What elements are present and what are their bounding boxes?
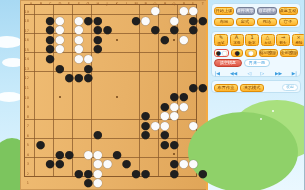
stone-black-M2[interactable]: ● — [131, 169, 141, 179]
cloud — [0, 92, 22, 102]
stone-white-P7[interactable]: ● — [160, 121, 170, 131]
column-label: B — [38, 1, 43, 5]
board-grid[interactable]: ●●●●●●●●●●●●●●●●●●●●●●●●●●●●●●●●●●●●●●●●… — [26, 6, 207, 187]
column-label: D — [57, 1, 62, 5]
stone-black-K4[interactable]: ● — [112, 150, 122, 160]
white-stone-mode-button[interactable]: ● — [245, 49, 257, 57]
stone-white-S3[interactable]: ● — [189, 159, 199, 169]
stone-black-F12[interactable]: ● — [74, 73, 84, 83]
flower-dot — [272, 110, 274, 112]
row-label: 16 — [24, 38, 29, 42]
pen-icon: ✎ — [219, 35, 223, 40]
white-stone-icon: ● — [248, 50, 253, 56]
control-panel: 开始上课 课件演示 自由摆子 课堂互动 布局 定式 死活 官子 ✎画笔 A字母 … — [206, 0, 304, 190]
row-label: 1 — [24, 181, 29, 185]
stone-black-L3[interactable]: ● — [122, 159, 132, 169]
letter-icon: A — [235, 35, 238, 40]
stone-white-S19[interactable]: ● — [189, 6, 199, 16]
collapse-panel-button[interactable]: 收起 — [282, 84, 298, 91]
triangle-mark-icon: △ — [266, 35, 270, 40]
column-label: G — [86, 1, 91, 5]
column-label: A — [29, 1, 34, 5]
courseware-demo-button[interactable]: 课件演示 — [236, 7, 256, 15]
stone-white-D15[interactable]: ● — [55, 44, 65, 54]
stone-black-D13[interactable]: ● — [55, 64, 65, 74]
stone-black-C3[interactable]: ● — [45, 159, 55, 169]
tools-card: ✎画笔 A字母 1数字 △标记 →箭头 ×擦除 ●● ● ● 标记擦除 全部擦除… — [211, 31, 301, 77]
erase-tool-button[interactable]: ×擦除 — [292, 34, 305, 46]
stone-black-S17[interactable]: ● — [189, 25, 199, 35]
alternate-stone-mode-button[interactable]: ●● — [214, 49, 229, 57]
stone-black-T2[interactable]: ● — [198, 169, 208, 179]
go-board[interactable]: ●●●●●●●●●●●●●●●●●●●●●●●●●●●●●●●●●●●●●●●●… — [20, 0, 208, 190]
pen-tool-button[interactable]: ✎画笔 — [214, 34, 228, 46]
stone-black-H15[interactable]: ● — [93, 44, 103, 54]
star-point — [116, 96, 118, 98]
column-label: F — [76, 1, 81, 5]
stone-white-R9[interactable]: ● — [179, 102, 189, 112]
stone-white-J3[interactable]: ● — [103, 159, 113, 169]
black-stone-mode-button[interactable]: ● — [231, 49, 243, 57]
fast-backward-icon[interactable]: ◀◀ — [230, 70, 237, 75]
stone-black-T18[interactable]: ● — [198, 16, 208, 26]
stone-white-Q8[interactable]: ● — [170, 111, 180, 121]
row-label: 12 — [24, 76, 29, 80]
star-point — [116, 39, 118, 41]
row-label: 7 — [24, 124, 29, 128]
stone-black-E12[interactable]: ● — [64, 73, 74, 83]
footer-card: 布置作业 演示模式 收起 — [211, 80, 301, 93]
stone-black-N2[interactable]: ● — [141, 169, 151, 179]
row-label: 8 — [24, 114, 29, 118]
endgame-button[interactable]: 官子 — [279, 18, 299, 26]
row-label: 19 — [24, 9, 29, 13]
stone-black-B5[interactable]: ● — [36, 140, 46, 150]
go-teaching-app-screen: ●●●●●●●●●●●●●●●●●●●●●●●●●●●●●●●●●●●●●●●●… — [0, 0, 304, 190]
go-to-end-icon[interactable]: ▶| — [292, 70, 297, 75]
class-interaction-button[interactable]: 课堂互动 — [279, 7, 299, 15]
row-label: 5 — [24, 143, 29, 147]
row-label: 10 — [24, 95, 29, 99]
stone-black-C14[interactable]: ● — [45, 54, 55, 64]
stone-white-Q18[interactable]: ● — [170, 16, 180, 26]
stone-white-G4[interactable]: ● — [84, 150, 94, 160]
stone-white-H1[interactable]: ● — [93, 178, 103, 188]
column-label: L — [124, 1, 129, 5]
letter-tool-button[interactable]: A字母 — [230, 34, 244, 46]
stone-black-G18[interactable]: ● — [84, 16, 94, 26]
cloud — [0, 36, 22, 48]
stone-black-D3[interactable]: ● — [55, 159, 65, 169]
row-label: 14 — [24, 57, 29, 61]
go-to-start-icon[interactable]: |◀ — [215, 70, 220, 75]
erase-marks-button[interactable]: 标记擦除 — [259, 49, 278, 57]
start-class-button[interactable]: 开始上课 — [214, 7, 234, 15]
stone-black-F2[interactable]: ● — [74, 169, 84, 179]
stone-black-Q5[interactable]: ● — [170, 140, 180, 150]
stone-white-G14[interactable]: ● — [84, 54, 94, 64]
arrow-tool-button[interactable]: →箭头 — [276, 34, 290, 46]
fast-forward-icon[interactable]: ▶▶ — [274, 70, 281, 75]
stone-white-O19[interactable]: ● — [150, 6, 160, 16]
arrow-icon: → — [281, 35, 285, 40]
column-label: M — [134, 1, 139, 5]
column-label: Q — [172, 1, 177, 5]
stone-black-G1[interactable]: ● — [84, 178, 94, 188]
column-label: C — [48, 1, 53, 5]
stone-white-N18[interactable]: ● — [141, 16, 151, 26]
mark-tool-button[interactable]: △标记 — [261, 34, 275, 46]
stone-black-M18[interactable]: ● — [131, 16, 141, 26]
row-label: 2 — [24, 171, 29, 175]
column-label: N — [143, 1, 148, 5]
star-point — [59, 96, 61, 98]
stone-black-J17[interactable]: ● — [103, 25, 113, 35]
white-stone-icon: ● — [222, 50, 227, 56]
number-tool-button[interactable]: 1数字 — [245, 34, 259, 46]
stone-black-N6[interactable]: ● — [141, 130, 151, 140]
stone-black-T11[interactable]: ● — [198, 83, 208, 93]
class-control-card: 开始上课 课件演示 自由摆子 课堂互动 布局 定式 死活 官子 — [211, 3, 301, 28]
row-label: 9 — [24, 105, 29, 109]
stone-white-O7[interactable]: ● — [150, 121, 160, 131]
row-label: 3 — [24, 162, 29, 166]
row-label: 17 — [24, 28, 29, 32]
stone-white-R16[interactable]: ● — [179, 35, 189, 45]
life-death-button[interactable]: 死活 — [257, 18, 277, 26]
row-label: 11 — [24, 85, 29, 89]
row-label: 4 — [24, 152, 29, 156]
black-stone-icon: ● — [234, 50, 239, 56]
step-forward-icon[interactable]: ▷ — [261, 70, 265, 75]
number-icon: 1 — [250, 35, 253, 40]
assign-homework-button[interactable]: 布置作业 — [214, 84, 238, 92]
stone-black-Q2[interactable]: ● — [170, 169, 180, 179]
clear-board-button[interactable]: 清空棋盘 — [214, 59, 242, 67]
stone-black-G13[interactable]: ● — [84, 64, 94, 74]
stone-white-R19[interactable]: ● — [179, 6, 189, 16]
demo-mode-button[interactable]: 演示模式 — [240, 84, 264, 92]
stone-black-S11[interactable]: ● — [189, 83, 199, 93]
erase-icon: × — [296, 35, 300, 40]
row-label: 6 — [24, 133, 29, 137]
stone-black-P5[interactable]: ● — [160, 140, 170, 150]
star-point — [173, 39, 175, 41]
column-label: K — [115, 1, 120, 5]
stone-black-O17[interactable]: ● — [150, 25, 160, 35]
stone-black-E4[interactable]: ● — [64, 150, 74, 160]
column-label: E — [67, 1, 72, 5]
free-placement-button[interactable]: 自由摆子 — [257, 7, 277, 15]
stone-black-P16[interactable]: ● — [160, 35, 170, 45]
column-label: T — [200, 1, 205, 5]
stone-white-F14[interactable]: ● — [74, 54, 84, 64]
erase-all-button[interactable]: 全部擦除 — [280, 49, 299, 57]
joseki-button[interactable]: 定式 — [236, 18, 256, 26]
row-label: 15 — [24, 47, 29, 51]
column-label: H — [95, 1, 100, 5]
replay-button[interactable]: 再来一局 — [244, 59, 270, 67]
column-label: P — [162, 1, 167, 5]
flower-dot — [260, 118, 262, 120]
stone-white-R3[interactable]: ● — [179, 159, 189, 169]
stone-white-S7[interactable]: ● — [189, 121, 199, 131]
step-back-icon[interactable]: ◁ — [248, 70, 252, 75]
row-label: 18 — [24, 19, 29, 23]
row-label: 13 — [24, 66, 29, 70]
stone-black-H6[interactable]: ● — [93, 130, 103, 140]
column-label: J — [105, 1, 110, 5]
star-point — [173, 153, 175, 155]
opening-button[interactable]: 布局 — [214, 18, 234, 26]
black-stone-icon: ● — [216, 50, 221, 56]
